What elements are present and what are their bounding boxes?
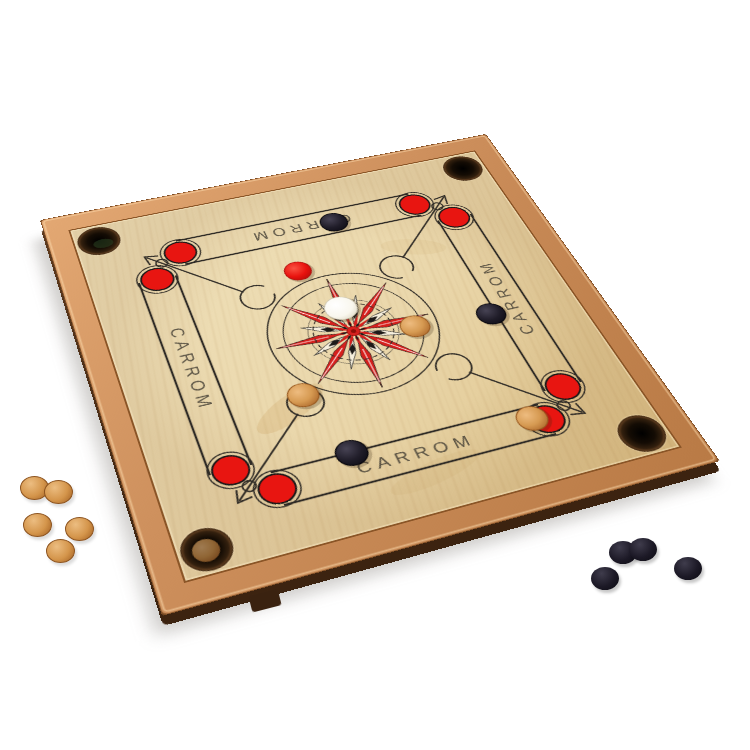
loose-coin-black[interactable] [674,557,702,580]
scene: CARROMCARROMCARROMCARROM [0,0,750,750]
loose-coin-black[interactable] [591,567,619,590]
loose-coin-tan[interactable] [44,480,73,504]
loose-coin-tan[interactable] [46,539,75,563]
loose-coin-black[interactable] [629,538,657,561]
loose-coin-tan[interactable] [65,517,94,541]
loose-coin-tan[interactable] [23,513,52,537]
